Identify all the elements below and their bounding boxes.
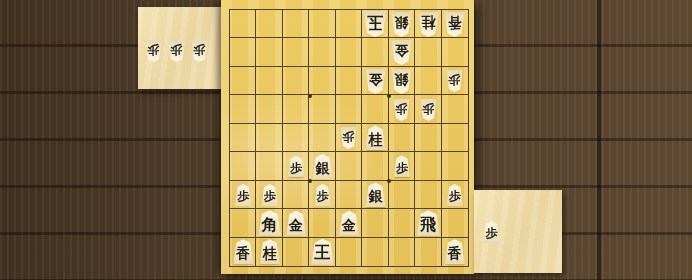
board-cell-r4c3[interactable] <box>283 95 309 123</box>
piece-kanji: 金 <box>342 215 356 232</box>
piece-kanji: 香 <box>448 16 462 33</box>
piece-kanji: 桂 <box>263 243 277 260</box>
board-cell-r2c5[interactable] <box>336 38 362 66</box>
gote-captured-pieces: 歩歩歩 <box>145 40 208 62</box>
piece-kanji: 歩 <box>290 159 302 173</box>
board-cell-r3c5[interactable] <box>336 67 362 95</box>
board-cell-r8c6[interactable] <box>362 209 388 237</box>
board-cell-r6c6[interactable] <box>362 152 388 180</box>
sente-pawn-piece[interactable]: 歩 <box>483 221 500 243</box>
board-cell-r2c2[interactable] <box>256 38 282 66</box>
board-cell-r2c6[interactable] <box>362 38 388 66</box>
shogi-board: 玉銀桂香金金銀歩歩歩歩桂歩銀歩歩歩歩銀歩角金金飛香桂王香 <box>221 0 474 274</box>
board-cell-r8c1[interactable] <box>230 209 256 237</box>
sente-piece-stand: 歩 <box>474 190 562 273</box>
board-cell-r5c4[interactable] <box>309 124 335 152</box>
gote-piece-stand: 歩歩歩 <box>138 7 222 89</box>
piece-kanji: 角 <box>262 214 278 233</box>
board-cell-r2c8[interactable] <box>415 38 441 66</box>
board-cell-r6c9[interactable] <box>442 152 468 180</box>
piece-kanji: 桂 <box>368 130 382 147</box>
piece-kanji: 玉 <box>367 15 383 34</box>
board-cell-r6c1[interactable] <box>230 152 256 180</box>
board-cell-r5c7[interactable] <box>389 124 415 152</box>
board-cell-r9c8[interactable] <box>415 238 441 266</box>
piece-kanji: 歩 <box>449 74 461 88</box>
board-cell-r4c4[interactable] <box>309 95 335 123</box>
piece-kanji: 銀 <box>395 16 409 33</box>
board-cell-r1c4[interactable] <box>309 10 335 38</box>
board-cell-r8c9[interactable] <box>442 209 468 237</box>
board-cell-r7c8[interactable] <box>415 181 441 209</box>
board-cell-r6c5[interactable] <box>336 152 362 180</box>
board-cell-r3c8[interactable] <box>415 67 441 95</box>
board-cell-r2c3[interactable] <box>283 38 309 66</box>
board-cell-r8c7[interactable] <box>389 209 415 237</box>
piece-kanji: 歩 <box>422 102 434 116</box>
board-cell-r3c2[interactable] <box>256 67 282 95</box>
board-cell-r5c1[interactable] <box>230 124 256 152</box>
board-cell-r5c8[interactable] <box>415 124 441 152</box>
board-cell-r6c8[interactable] <box>415 152 441 180</box>
board-cell-r9c6[interactable] <box>362 238 388 266</box>
board-cell-r9c5[interactable] <box>336 238 362 266</box>
piece-kanji: 金 <box>368 73 382 90</box>
piece-kanji: 金 <box>395 44 409 61</box>
board-cell-r8c4[interactable] <box>309 209 335 237</box>
board-cell-r5c3[interactable] <box>283 124 309 152</box>
piece-kanji: 金 <box>289 215 303 232</box>
piece-kanji: 歩 <box>237 188 249 202</box>
board-cell-r4c6[interactable] <box>362 95 388 123</box>
piece-kanji: 歩 <box>343 131 355 145</box>
piece-kanji: 香 <box>236 243 250 260</box>
board-cell-r3c3[interactable] <box>283 67 309 95</box>
board-cell-r5c2[interactable] <box>256 124 282 152</box>
piece-kanji: 歩 <box>486 225 498 239</box>
piece-kanji: 歩 <box>396 159 408 173</box>
board-cell-r2c1[interactable] <box>230 38 256 66</box>
gote-pawn-piece[interactable]: 歩 <box>145 40 162 62</box>
board-cell-r3c4[interactable] <box>309 67 335 95</box>
gote-pawn-piece[interactable]: 歩 <box>168 40 185 62</box>
piece-kanji: 桂 <box>421 16 435 33</box>
board-cell-r4c5[interactable] <box>336 95 362 123</box>
board-cell-r2c9[interactable] <box>442 38 468 66</box>
board-cell-r5c9[interactable] <box>442 124 468 152</box>
board-cell-r7c3[interactable] <box>283 181 309 209</box>
gote-pawn-piece[interactable]: 歩 <box>191 40 208 62</box>
piece-kanji: 銀 <box>368 187 382 204</box>
board-cell-r4c9[interactable] <box>442 95 468 123</box>
board-cell-r1c5[interactable] <box>336 10 362 38</box>
sente-captured-pieces: 歩 <box>483 221 500 243</box>
piece-kanji: 歩 <box>449 188 461 202</box>
board-cell-r6c2[interactable] <box>256 152 282 180</box>
board-cell-r7c5[interactable] <box>336 181 362 209</box>
piece-kanji: 香 <box>448 243 462 260</box>
board-cell-r1c1[interactable] <box>230 10 256 38</box>
piece-kanji: 飛 <box>420 214 436 233</box>
star-point <box>308 94 312 98</box>
board-cell-r4c2[interactable] <box>256 95 282 123</box>
piece-kanji: 歩 <box>194 44 206 58</box>
board-cell-r2c4[interactable] <box>309 38 335 66</box>
board-cell-r7c7[interactable] <box>389 181 415 209</box>
board-cell-r3c1[interactable] <box>230 67 256 95</box>
board-cell-r9c7[interactable] <box>389 238 415 266</box>
piece-kanji: 歩 <box>396 102 408 116</box>
board-cell-r1c2[interactable] <box>256 10 282 38</box>
board-cell-r9c3[interactable] <box>283 238 309 266</box>
piece-kanji: 王 <box>315 242 331 261</box>
piece-kanji: 歩 <box>264 188 276 202</box>
board-cell-r4c1[interactable] <box>230 95 256 123</box>
piece-kanji: 歩 <box>317 188 329 202</box>
piece-kanji: 銀 <box>395 73 409 90</box>
piece-kanji: 歩 <box>171 44 183 58</box>
piece-kanji: 銀 <box>316 158 330 175</box>
board-cell-r1c3[interactable] <box>283 10 309 38</box>
piece-kanji: 歩 <box>148 44 160 58</box>
board-grid: 玉銀桂香金金銀歩歩歩歩桂歩銀歩歩歩歩銀歩角金金飛香桂王香 <box>229 9 469 267</box>
